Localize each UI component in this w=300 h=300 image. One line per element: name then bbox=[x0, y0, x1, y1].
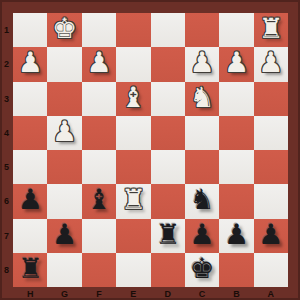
square-d5[interactable] bbox=[151, 150, 185, 184]
square-f1[interactable] bbox=[82, 13, 116, 47]
rank-label-4: 4 bbox=[0, 116, 13, 150]
square-g4[interactable]: ♟ bbox=[47, 116, 81, 150]
black-rook-d7: ♜ bbox=[155, 221, 180, 249]
rank-label-3: 3 bbox=[0, 82, 13, 116]
square-c4[interactable] bbox=[185, 116, 219, 150]
square-f7[interactable] bbox=[82, 219, 116, 253]
square-g5[interactable] bbox=[47, 150, 81, 184]
file-label-f: F bbox=[82, 287, 116, 300]
square-e8[interactable] bbox=[116, 253, 150, 287]
rank-label-7: 7 bbox=[0, 219, 13, 253]
black-pawn-c7: ♟ bbox=[190, 221, 215, 249]
square-h5[interactable] bbox=[13, 150, 47, 184]
square-a5[interactable] bbox=[254, 150, 288, 184]
square-a1[interactable]: ♜ bbox=[254, 13, 288, 47]
rank-label-6: 6 bbox=[0, 184, 13, 218]
white-pawn-f2: ♟ bbox=[86, 49, 111, 77]
file-labels: HGFEDCBA bbox=[13, 287, 288, 300]
rank-label-8: 8 bbox=[0, 253, 13, 287]
square-c3[interactable]: ♞ bbox=[185, 82, 219, 116]
file-label-d: D bbox=[151, 287, 185, 300]
square-d4[interactable] bbox=[151, 116, 185, 150]
white-pawn-c2: ♟ bbox=[190, 49, 215, 77]
white-knight-c3: ♞ bbox=[190, 84, 215, 112]
square-h7[interactable] bbox=[13, 219, 47, 253]
square-h4[interactable] bbox=[13, 116, 47, 150]
file-label-c: C bbox=[185, 287, 219, 300]
black-pawn-h6: ♟ bbox=[18, 186, 43, 214]
square-a8[interactable] bbox=[254, 253, 288, 287]
black-pawn-g7: ♟ bbox=[52, 221, 77, 249]
square-d7[interactable]: ♜ bbox=[151, 219, 185, 253]
white-king-g1: ♚ bbox=[52, 15, 77, 43]
square-b8[interactable] bbox=[219, 253, 253, 287]
rank-label-5: 5 bbox=[0, 150, 13, 184]
square-c2[interactable]: ♟ bbox=[185, 47, 219, 81]
chessboard-frame: 12345678 ♚♜♟♟♟♟♟♝♞♟♟♝♜♞♟♜♟♟♟♜♚ HGFEDCBA bbox=[0, 0, 300, 300]
file-label-h: H bbox=[13, 287, 47, 300]
square-e7[interactable] bbox=[116, 219, 150, 253]
file-label-g: G bbox=[47, 287, 81, 300]
square-b2[interactable]: ♟ bbox=[219, 47, 253, 81]
square-a2[interactable]: ♟ bbox=[254, 47, 288, 81]
square-b4[interactable] bbox=[219, 116, 253, 150]
square-f4[interactable] bbox=[82, 116, 116, 150]
square-h8[interactable]: ♜ bbox=[13, 253, 47, 287]
square-b1[interactable] bbox=[219, 13, 253, 47]
square-h3[interactable] bbox=[13, 82, 47, 116]
square-g6[interactable] bbox=[47, 184, 81, 218]
square-d3[interactable] bbox=[151, 82, 185, 116]
file-label-b: B bbox=[219, 287, 253, 300]
square-e1[interactable] bbox=[116, 13, 150, 47]
board: ♚♜♟♟♟♟♟♝♞♟♟♝♜♞♟♜♟♟♟♜♚ bbox=[13, 13, 288, 287]
rank-label-1: 1 bbox=[0, 13, 13, 47]
square-a3[interactable] bbox=[254, 82, 288, 116]
square-f6[interactable]: ♝ bbox=[82, 184, 116, 218]
square-g8[interactable] bbox=[47, 253, 81, 287]
square-g3[interactable] bbox=[47, 82, 81, 116]
square-c8[interactable]: ♚ bbox=[185, 253, 219, 287]
square-h6[interactable]: ♟ bbox=[13, 184, 47, 218]
square-g7[interactable]: ♟ bbox=[47, 219, 81, 253]
square-a7[interactable]: ♟ bbox=[254, 219, 288, 253]
white-pawn-b2: ♟ bbox=[224, 49, 249, 77]
square-f8[interactable] bbox=[82, 253, 116, 287]
square-d1[interactable] bbox=[151, 13, 185, 47]
white-bishop-e3: ♝ bbox=[121, 84, 146, 112]
white-rook-e6: ♜ bbox=[121, 186, 146, 214]
square-c5[interactable] bbox=[185, 150, 219, 184]
square-b7[interactable]: ♟ bbox=[219, 219, 253, 253]
white-pawn-h2: ♟ bbox=[18, 49, 43, 77]
black-pawn-b7: ♟ bbox=[224, 221, 249, 249]
square-f5[interactable] bbox=[82, 150, 116, 184]
square-c6[interactable]: ♞ bbox=[185, 184, 219, 218]
square-f2[interactable]: ♟ bbox=[82, 47, 116, 81]
square-b6[interactable] bbox=[219, 184, 253, 218]
square-b5[interactable] bbox=[219, 150, 253, 184]
white-pawn-g4: ♟ bbox=[52, 118, 77, 146]
square-a6[interactable] bbox=[254, 184, 288, 218]
square-d6[interactable] bbox=[151, 184, 185, 218]
black-king-c8: ♚ bbox=[190, 255, 215, 283]
square-c7[interactable]: ♟ bbox=[185, 219, 219, 253]
square-e5[interactable] bbox=[116, 150, 150, 184]
square-g1[interactable]: ♚ bbox=[47, 13, 81, 47]
black-rook-h8: ♜ bbox=[18, 255, 43, 283]
square-b3[interactable] bbox=[219, 82, 253, 116]
square-d8[interactable] bbox=[151, 253, 185, 287]
square-g2[interactable] bbox=[47, 47, 81, 81]
black-bishop-f6: ♝ bbox=[86, 186, 111, 214]
square-a4[interactable] bbox=[254, 116, 288, 150]
square-e4[interactable] bbox=[116, 116, 150, 150]
square-f3[interactable] bbox=[82, 82, 116, 116]
rank-labels: 12345678 bbox=[0, 13, 13, 287]
square-e3[interactable]: ♝ bbox=[116, 82, 150, 116]
white-rook-a1: ♜ bbox=[258, 15, 283, 43]
square-d2[interactable] bbox=[151, 47, 185, 81]
square-h1[interactable] bbox=[13, 13, 47, 47]
square-c1[interactable] bbox=[185, 13, 219, 47]
black-pawn-a7: ♟ bbox=[258, 221, 283, 249]
square-e6[interactable]: ♜ bbox=[116, 184, 150, 218]
square-e2[interactable] bbox=[116, 47, 150, 81]
square-h2[interactable]: ♟ bbox=[13, 47, 47, 81]
white-pawn-a2: ♟ bbox=[258, 49, 283, 77]
black-knight-c6: ♞ bbox=[190, 186, 215, 214]
file-label-e: E bbox=[116, 287, 150, 300]
file-label-a: A bbox=[254, 287, 288, 300]
rank-label-2: 2 bbox=[0, 47, 13, 81]
